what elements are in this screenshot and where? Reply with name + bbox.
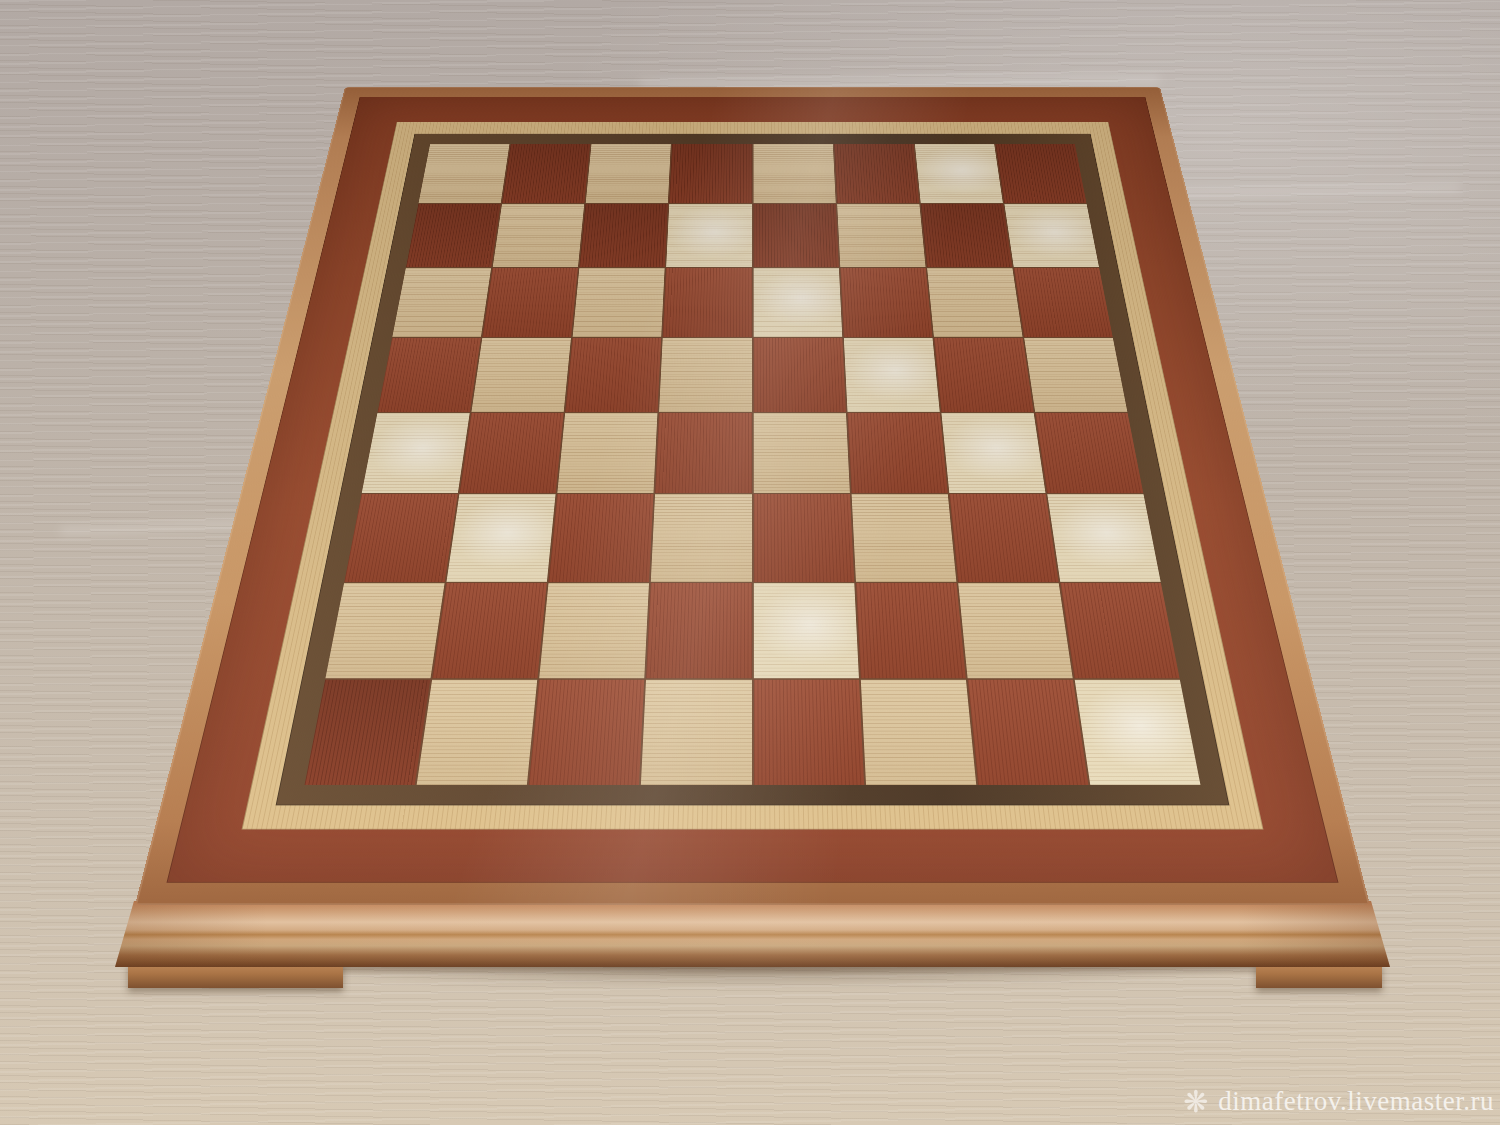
square-g1 — [968, 680, 1089, 785]
square-c6 — [573, 268, 665, 336]
board-mahogany-border — [166, 97, 1338, 883]
square-h2 — [1060, 583, 1179, 679]
square-g3 — [949, 494, 1058, 581]
board-playing-field — [305, 144, 1201, 785]
square-b8 — [502, 144, 590, 203]
square-e4 — [753, 413, 849, 493]
square-h3 — [1047, 494, 1160, 581]
livemaster-flower-icon: ❋ — [1183, 1087, 1208, 1117]
square-h1 — [1075, 680, 1201, 785]
board-walnut-inlay-strip — [276, 134, 1230, 806]
square-d5 — [659, 338, 751, 412]
watermark-text: dimafetrov.livemaster.ru — [1218, 1086, 1494, 1117]
square-d6 — [663, 268, 752, 336]
square-a7 — [406, 204, 501, 267]
square-f8 — [834, 144, 919, 203]
square-h5 — [1024, 338, 1127, 412]
square-h8 — [995, 144, 1086, 203]
square-a2 — [325, 583, 444, 679]
square-d8 — [670, 144, 752, 203]
square-b3 — [447, 494, 556, 581]
square-g6 — [927, 268, 1022, 336]
square-e1 — [753, 680, 863, 785]
square-h4 — [1035, 413, 1143, 493]
square-b1 — [417, 680, 538, 785]
square-f7 — [837, 204, 925, 267]
square-e5 — [753, 338, 845, 412]
square-b5 — [472, 338, 572, 412]
square-d1 — [641, 680, 751, 785]
square-a1 — [305, 680, 431, 785]
square-f6 — [840, 268, 932, 336]
square-d3 — [651, 494, 752, 581]
square-c8 — [586, 144, 671, 203]
square-b7 — [493, 204, 585, 267]
square-g4 — [941, 413, 1045, 493]
square-b6 — [483, 268, 578, 336]
square-a3 — [344, 494, 457, 581]
square-g8 — [915, 144, 1003, 203]
square-g7 — [921, 204, 1013, 267]
square-d2 — [646, 583, 751, 679]
square-e7 — [753, 204, 838, 267]
square-f1 — [860, 680, 976, 785]
square-c1 — [529, 680, 645, 785]
square-a8 — [419, 144, 510, 203]
square-b2 — [432, 583, 547, 679]
square-g5 — [934, 338, 1034, 412]
square-c5 — [565, 338, 661, 412]
square-c3 — [549, 494, 654, 581]
square-h7 — [1004, 204, 1099, 267]
square-e3 — [753, 494, 854, 581]
square-f3 — [851, 494, 956, 581]
board-front-edge-molding — [115, 901, 1390, 967]
square-c4 — [558, 413, 658, 493]
square-c7 — [580, 204, 668, 267]
square-e8 — [753, 144, 835, 203]
square-d4 — [655, 413, 751, 493]
photo-scene: ❋ dimafetrov.livemaster.ru — [0, 0, 1500, 1125]
square-f2 — [856, 583, 966, 679]
board-ash-inlay-strip — [242, 122, 1264, 830]
square-c2 — [539, 583, 649, 679]
square-h6 — [1014, 268, 1113, 336]
square-d7 — [666, 204, 751, 267]
watermark: ❋ dimafetrov.livemaster.ru — [1183, 1086, 1494, 1117]
square-a4 — [362, 413, 470, 493]
square-e6 — [753, 268, 842, 336]
square-e2 — [753, 583, 858, 679]
square-f4 — [847, 413, 947, 493]
square-f5 — [844, 338, 940, 412]
square-a6 — [392, 268, 491, 336]
square-g2 — [958, 583, 1073, 679]
board-outer-beech-trim — [135, 87, 1370, 905]
square-b4 — [460, 413, 564, 493]
square-a5 — [378, 338, 481, 412]
chessboard — [135, 87, 1370, 905]
